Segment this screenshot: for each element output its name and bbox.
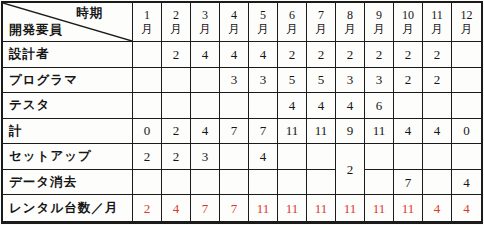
cell-rental-m6: 11: [278, 195, 307, 221]
row-label-programmers: プログラマ: [3, 68, 133, 94]
month-header-9: 9月: [365, 3, 394, 42]
month-unit: 月: [199, 23, 211, 36]
month-header-2: 2月: [162, 3, 191, 42]
cell-designers-m8: 2: [336, 42, 365, 68]
cell-rental-m11: 4: [423, 195, 452, 221]
month-header-5: 5月: [249, 3, 278, 42]
month-number: 2: [173, 9, 179, 22]
cell-data-erase-m6: [278, 170, 307, 196]
cell-total-m9: 11: [365, 119, 394, 145]
cell-designers-m1: [133, 42, 162, 68]
cell-setup-m5: 4: [249, 144, 278, 170]
month-number: 8: [347, 9, 353, 22]
cell-programmers-m12: [452, 68, 481, 94]
cell-testers-m1: [133, 93, 162, 119]
cell-programmers-m7: 5: [307, 68, 336, 94]
month-unit: 月: [257, 23, 269, 36]
month-header-11: 11月: [423, 3, 452, 42]
cell-data-erase-m1: [133, 170, 162, 196]
cell-setup-m7: [307, 144, 336, 170]
cell-setup-m2: 2: [162, 144, 191, 170]
cell-testers-m12: [452, 93, 481, 119]
month-unit: 月: [170, 23, 182, 36]
cell-designers-m5: 4: [249, 42, 278, 68]
cell-setup-m3: 3: [191, 144, 220, 170]
cell-programmers-m1: [133, 68, 162, 94]
month-number: 5: [260, 9, 266, 22]
row-label-setup: セットアップ: [3, 144, 133, 170]
cell-rental-m8: 11: [336, 195, 365, 221]
cell-setup-m12: [452, 144, 481, 170]
cell-rental-m10: 11: [394, 195, 423, 221]
cell-setup-m9: [365, 144, 394, 170]
cell-data-erase-m7: [307, 170, 336, 196]
cell-designers-m9: 2: [365, 42, 394, 68]
cell-total-m12: 0: [452, 119, 481, 145]
row-label-testers: テスタ: [3, 93, 133, 119]
cell-programmers-m2: [162, 68, 191, 94]
cell-testers-m8: 4: [336, 93, 365, 119]
cell-data-erase-m9: [365, 170, 394, 196]
cell-data-erase-m10: 7: [394, 170, 423, 196]
cell-total-m8: 9: [336, 119, 365, 145]
cell-total-m2: 2: [162, 119, 191, 145]
cell-testers-m2: [162, 93, 191, 119]
month-unit: 月: [402, 23, 414, 36]
cell-testers-m3: [191, 93, 220, 119]
cell-data-erase-m12: 4: [452, 170, 481, 196]
cell-testers-m5: [249, 93, 278, 119]
cell-merged-setup-erase-m8: 2: [336, 144, 365, 195]
cell-designers-m6: 2: [278, 42, 307, 68]
month-unit: 月: [228, 23, 240, 36]
month-unit: 月: [315, 23, 327, 36]
cell-rental-m7: 11: [307, 195, 336, 221]
cell-setup-m1: 2: [133, 144, 162, 170]
cell-data-erase-m2: [162, 170, 191, 196]
cell-total-m4: 7: [220, 119, 249, 145]
cell-programmers-m8: 3: [336, 68, 365, 94]
month-unit: 月: [431, 23, 443, 36]
cell-designers-m2: 2: [162, 42, 191, 68]
cell-programmers-m9: 3: [365, 68, 394, 94]
cell-designers-m3: 4: [191, 42, 220, 68]
month-number: 7: [318, 9, 324, 22]
month-number: 11: [431, 9, 443, 22]
cell-setup-m6: [278, 144, 307, 170]
cell-rental-m9: 11: [365, 195, 394, 221]
cell-rental-m12: 4: [452, 195, 481, 221]
row-label-designers: 設計者: [3, 42, 133, 68]
month-unit: 月: [461, 23, 473, 36]
cell-rental-m1: 2: [133, 195, 162, 221]
cell-rental-m4: 7: [220, 195, 249, 221]
cell-data-erase-m4: [220, 170, 249, 196]
cell-programmers-m10: 2: [394, 68, 423, 94]
cell-total-m5: 7: [249, 119, 278, 145]
cell-programmers-m3: [191, 68, 220, 94]
cell-testers-m6: 4: [278, 93, 307, 119]
row-label-rental: レンタル台数／月: [3, 195, 133, 221]
cell-designers-m10: 2: [394, 42, 423, 68]
cell-programmers-m11: 2: [423, 68, 452, 94]
cell-total-m3: 4: [191, 119, 220, 145]
cell-rental-m2: 4: [162, 195, 191, 221]
cell-designers-m7: 2: [307, 42, 336, 68]
personnel-label: 開発要員: [9, 24, 63, 37]
month-unit: 月: [344, 23, 356, 36]
cell-data-erase-m11: [423, 170, 452, 196]
cell-programmers-m6: 5: [278, 68, 307, 94]
cell-designers-m4: 4: [220, 42, 249, 68]
staffing-schedule-table: 時期開発要員1月2月3月4月5月6月7月8月9月10月11月12月設計者2444…: [1, 1, 483, 224]
cell-programmers-m4: 3: [220, 68, 249, 94]
cell-total-m10: 4: [394, 119, 423, 145]
month-number: 3: [202, 9, 208, 22]
cell-total-m1: 0: [133, 119, 162, 145]
period-label: 時期: [76, 7, 103, 20]
cell-total-m6: 11: [278, 119, 307, 145]
cell-setup-m10: [394, 144, 423, 170]
cell-testers-m7: 4: [307, 93, 336, 119]
cell-total-m11: 4: [423, 119, 452, 145]
cell-data-erase-m3: [191, 170, 220, 196]
cell-testers-m9: 6: [365, 93, 394, 119]
cell-setup-m11: [423, 144, 452, 170]
month-number: 9: [376, 9, 382, 22]
cell-rental-m5: 11: [249, 195, 278, 221]
month-number: 10: [402, 9, 414, 22]
month-number: 1: [144, 9, 150, 22]
cell-designers-m12: [452, 42, 481, 68]
cell-programmers-m5: 3: [249, 68, 278, 94]
month-header-1: 1月: [133, 3, 162, 42]
cell-data-erase-m5: [249, 170, 278, 196]
month-header-12: 12月: [452, 3, 481, 42]
cell-testers-m4: [220, 93, 249, 119]
row-label-total: 計: [3, 119, 133, 145]
document-page: 時期開発要員1月2月3月4月5月6月7月8月9月10月11月12月設計者2444…: [0, 0, 484, 225]
cell-testers-m10: [394, 93, 423, 119]
cell-testers-m11: [423, 93, 452, 119]
month-header-4: 4月: [220, 3, 249, 42]
month-header-3: 3月: [191, 3, 220, 42]
month-unit: 月: [141, 23, 153, 36]
month-number: 4: [231, 9, 237, 22]
month-number: 6: [289, 9, 295, 22]
month-header-6: 6月: [278, 3, 307, 42]
cell-total-m7: 11: [307, 119, 336, 145]
row-label-data-erase: データ消去: [3, 170, 133, 196]
month-header-8: 8月: [336, 3, 365, 42]
cell-rental-m3: 7: [191, 195, 220, 221]
month-header-7: 7月: [307, 3, 336, 42]
cell-setup-m4: [220, 144, 249, 170]
month-unit: 月: [286, 23, 298, 36]
month-header-10: 10月: [394, 3, 423, 42]
month-number: 12: [461, 9, 473, 22]
header-corner-cell: 時期開発要員: [3, 3, 133, 42]
month-unit: 月: [373, 23, 385, 36]
cell-designers-m11: 2: [423, 42, 452, 68]
